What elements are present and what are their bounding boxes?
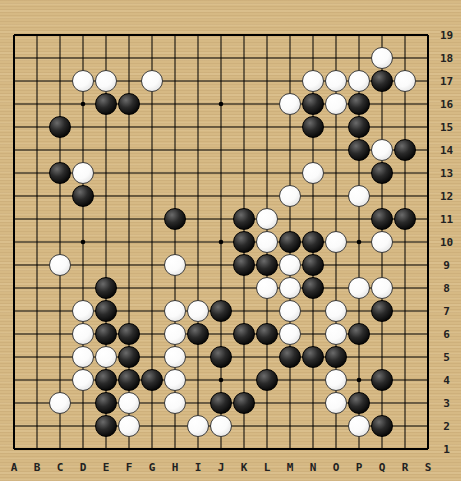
point-O19[interactable] <box>325 24 348 47</box>
point-L16[interactable] <box>256 93 279 116</box>
point-B6[interactable] <box>26 323 49 346</box>
point-L18[interactable] <box>256 47 279 70</box>
point-H3[interactable] <box>164 392 187 415</box>
point-I16[interactable] <box>187 93 210 116</box>
point-P4[interactable] <box>348 369 371 392</box>
point-I2[interactable] <box>187 415 210 438</box>
point-R16[interactable] <box>394 93 417 116</box>
point-H2[interactable] <box>164 415 187 438</box>
point-F17[interactable] <box>118 70 141 93</box>
point-N10[interactable] <box>302 231 325 254</box>
point-K3[interactable] <box>233 392 256 415</box>
point-K8[interactable] <box>233 277 256 300</box>
point-K13[interactable] <box>233 162 256 185</box>
point-K9[interactable] <box>233 254 256 277</box>
point-Q1[interactable] <box>371 438 394 461</box>
point-C16[interactable] <box>49 93 72 116</box>
point-B2[interactable] <box>26 415 49 438</box>
point-E9[interactable] <box>95 254 118 277</box>
point-H13[interactable] <box>164 162 187 185</box>
point-J2[interactable] <box>210 415 233 438</box>
point-N8[interactable] <box>302 277 325 300</box>
point-B14[interactable] <box>26 139 49 162</box>
point-M7[interactable] <box>279 300 302 323</box>
point-H18[interactable] <box>164 47 187 70</box>
point-F10[interactable] <box>118 231 141 254</box>
point-G11[interactable] <box>141 208 164 231</box>
point-M2[interactable] <box>279 415 302 438</box>
point-Q17[interactable] <box>371 70 394 93</box>
point-E14[interactable] <box>95 139 118 162</box>
point-B8[interactable] <box>26 277 49 300</box>
point-A6[interactable] <box>3 323 26 346</box>
point-O4[interactable] <box>325 369 348 392</box>
point-N18[interactable] <box>302 47 325 70</box>
point-J1[interactable] <box>210 438 233 461</box>
point-A9[interactable] <box>3 254 26 277</box>
point-A13[interactable] <box>3 162 26 185</box>
point-G17[interactable] <box>141 70 164 93</box>
point-C18[interactable] <box>49 47 72 70</box>
point-R19[interactable] <box>394 24 417 47</box>
point-K14[interactable] <box>233 139 256 162</box>
point-L2[interactable] <box>256 415 279 438</box>
point-L1[interactable] <box>256 438 279 461</box>
point-D11[interactable] <box>72 208 95 231</box>
point-C8[interactable] <box>49 277 72 300</box>
point-J14[interactable] <box>210 139 233 162</box>
point-C2[interactable] <box>49 415 72 438</box>
point-B16[interactable] <box>26 93 49 116</box>
point-L15[interactable] <box>256 116 279 139</box>
point-H11[interactable] <box>164 208 187 231</box>
point-D6[interactable] <box>72 323 95 346</box>
point-A5[interactable] <box>3 346 26 369</box>
point-D13[interactable] <box>72 162 95 185</box>
point-B9[interactable] <box>26 254 49 277</box>
point-K17[interactable] <box>233 70 256 93</box>
point-H7[interactable] <box>164 300 187 323</box>
point-O12[interactable] <box>325 185 348 208</box>
point-G3[interactable] <box>141 392 164 415</box>
point-K7[interactable] <box>233 300 256 323</box>
point-B11[interactable] <box>26 208 49 231</box>
point-L19[interactable] <box>256 24 279 47</box>
point-N4[interactable] <box>302 369 325 392</box>
point-B10[interactable] <box>26 231 49 254</box>
point-M17[interactable] <box>279 70 302 93</box>
point-R8[interactable] <box>394 277 417 300</box>
point-O7[interactable] <box>325 300 348 323</box>
point-F4[interactable] <box>118 369 141 392</box>
point-P7[interactable] <box>348 300 371 323</box>
point-O10[interactable] <box>325 231 348 254</box>
point-A7[interactable] <box>3 300 26 323</box>
point-C3[interactable] <box>49 392 72 415</box>
point-O13[interactable] <box>325 162 348 185</box>
point-I7[interactable] <box>187 300 210 323</box>
point-O3[interactable] <box>325 392 348 415</box>
point-J16[interactable] <box>210 93 233 116</box>
point-Q9[interactable] <box>371 254 394 277</box>
point-I14[interactable] <box>187 139 210 162</box>
point-C15[interactable] <box>49 116 72 139</box>
point-Q3[interactable] <box>371 392 394 415</box>
point-E1[interactable] <box>95 438 118 461</box>
point-Q12[interactable] <box>371 185 394 208</box>
point-I8[interactable] <box>187 277 210 300</box>
point-D16[interactable] <box>72 93 95 116</box>
point-B1[interactable] <box>26 438 49 461</box>
point-F14[interactable] <box>118 139 141 162</box>
point-P5[interactable] <box>348 346 371 369</box>
point-P11[interactable] <box>348 208 371 231</box>
point-F7[interactable] <box>118 300 141 323</box>
point-I4[interactable] <box>187 369 210 392</box>
point-P6[interactable] <box>348 323 371 346</box>
point-E6[interactable] <box>95 323 118 346</box>
point-C17[interactable] <box>49 70 72 93</box>
point-E13[interactable] <box>95 162 118 185</box>
point-H6[interactable] <box>164 323 187 346</box>
point-K16[interactable] <box>233 93 256 116</box>
point-L13[interactable] <box>256 162 279 185</box>
point-O6[interactable] <box>325 323 348 346</box>
point-A10[interactable] <box>3 231 26 254</box>
point-A11[interactable] <box>3 208 26 231</box>
point-G7[interactable] <box>141 300 164 323</box>
point-O18[interactable] <box>325 47 348 70</box>
point-L7[interactable] <box>256 300 279 323</box>
point-N11[interactable] <box>302 208 325 231</box>
point-F12[interactable] <box>118 185 141 208</box>
point-N9[interactable] <box>302 254 325 277</box>
point-I9[interactable] <box>187 254 210 277</box>
point-H16[interactable] <box>164 93 187 116</box>
point-G4[interactable] <box>141 369 164 392</box>
point-J5[interactable] <box>210 346 233 369</box>
point-I10[interactable] <box>187 231 210 254</box>
point-O16[interactable] <box>325 93 348 116</box>
point-N2[interactable] <box>302 415 325 438</box>
point-A14[interactable] <box>3 139 26 162</box>
point-I19[interactable] <box>187 24 210 47</box>
point-L3[interactable] <box>256 392 279 415</box>
point-R18[interactable] <box>394 47 417 70</box>
point-B19[interactable] <box>26 24 49 47</box>
point-A12[interactable] <box>3 185 26 208</box>
point-B7[interactable] <box>26 300 49 323</box>
point-O5[interactable] <box>325 346 348 369</box>
point-C7[interactable] <box>49 300 72 323</box>
point-F13[interactable] <box>118 162 141 185</box>
point-E17[interactable] <box>95 70 118 93</box>
point-O17[interactable] <box>325 70 348 93</box>
point-C19[interactable] <box>49 24 72 47</box>
point-G19[interactable] <box>141 24 164 47</box>
point-E16[interactable] <box>95 93 118 116</box>
point-E18[interactable] <box>95 47 118 70</box>
point-C5[interactable] <box>49 346 72 369</box>
point-B17[interactable] <box>26 70 49 93</box>
point-G15[interactable] <box>141 116 164 139</box>
point-C11[interactable] <box>49 208 72 231</box>
point-P10[interactable] <box>348 231 371 254</box>
point-C1[interactable] <box>49 438 72 461</box>
point-N3[interactable] <box>302 392 325 415</box>
point-R11[interactable] <box>394 208 417 231</box>
point-C10[interactable] <box>49 231 72 254</box>
point-J12[interactable] <box>210 185 233 208</box>
point-I6[interactable] <box>187 323 210 346</box>
point-H5[interactable] <box>164 346 187 369</box>
point-E10[interactable] <box>95 231 118 254</box>
point-R6[interactable] <box>394 323 417 346</box>
point-C4[interactable] <box>49 369 72 392</box>
point-Q6[interactable] <box>371 323 394 346</box>
point-B15[interactable] <box>26 116 49 139</box>
point-Q15[interactable] <box>371 116 394 139</box>
point-D9[interactable] <box>72 254 95 277</box>
point-F3[interactable] <box>118 392 141 415</box>
point-I11[interactable] <box>187 208 210 231</box>
point-A4[interactable] <box>3 369 26 392</box>
point-C13[interactable] <box>49 162 72 185</box>
point-N16[interactable] <box>302 93 325 116</box>
point-K1[interactable] <box>233 438 256 461</box>
point-I15[interactable] <box>187 116 210 139</box>
point-H19[interactable] <box>164 24 187 47</box>
point-H1[interactable] <box>164 438 187 461</box>
point-P18[interactable] <box>348 47 371 70</box>
point-A2[interactable] <box>3 415 26 438</box>
point-P2[interactable] <box>348 415 371 438</box>
point-I13[interactable] <box>187 162 210 185</box>
point-N13[interactable] <box>302 162 325 185</box>
point-P14[interactable] <box>348 139 371 162</box>
point-Q8[interactable] <box>371 277 394 300</box>
point-M6[interactable] <box>279 323 302 346</box>
point-E8[interactable] <box>95 277 118 300</box>
point-R3[interactable] <box>394 392 417 415</box>
point-G13[interactable] <box>141 162 164 185</box>
point-M14[interactable] <box>279 139 302 162</box>
point-I17[interactable] <box>187 70 210 93</box>
point-D10[interactable] <box>72 231 95 254</box>
point-Q5[interactable] <box>371 346 394 369</box>
point-F5[interactable] <box>118 346 141 369</box>
point-E4[interactable] <box>95 369 118 392</box>
point-J10[interactable] <box>210 231 233 254</box>
point-K18[interactable] <box>233 47 256 70</box>
point-G5[interactable] <box>141 346 164 369</box>
point-D17[interactable] <box>72 70 95 93</box>
point-L8[interactable] <box>256 277 279 300</box>
point-Q13[interactable] <box>371 162 394 185</box>
point-D8[interactable] <box>72 277 95 300</box>
point-R12[interactable] <box>394 185 417 208</box>
point-M10[interactable] <box>279 231 302 254</box>
point-H17[interactable] <box>164 70 187 93</box>
point-P16[interactable] <box>348 93 371 116</box>
point-G10[interactable] <box>141 231 164 254</box>
point-J4[interactable] <box>210 369 233 392</box>
point-G1[interactable] <box>141 438 164 461</box>
point-R13[interactable] <box>394 162 417 185</box>
point-N19[interactable] <box>302 24 325 47</box>
point-B4[interactable] <box>26 369 49 392</box>
point-I1[interactable] <box>187 438 210 461</box>
point-J11[interactable] <box>210 208 233 231</box>
point-A3[interactable] <box>3 392 26 415</box>
point-N17[interactable] <box>302 70 325 93</box>
point-K11[interactable] <box>233 208 256 231</box>
point-E5[interactable] <box>95 346 118 369</box>
point-M15[interactable] <box>279 116 302 139</box>
point-P1[interactable] <box>348 438 371 461</box>
point-H8[interactable] <box>164 277 187 300</box>
point-I12[interactable] <box>187 185 210 208</box>
point-C14[interactable] <box>49 139 72 162</box>
point-M16[interactable] <box>279 93 302 116</box>
point-R10[interactable] <box>394 231 417 254</box>
point-N14[interactable] <box>302 139 325 162</box>
point-A18[interactable] <box>3 47 26 70</box>
point-Q18[interactable] <box>371 47 394 70</box>
point-I18[interactable] <box>187 47 210 70</box>
point-L9[interactable] <box>256 254 279 277</box>
point-J18[interactable] <box>210 47 233 70</box>
point-D1[interactable] <box>72 438 95 461</box>
point-D4[interactable] <box>72 369 95 392</box>
point-H15[interactable] <box>164 116 187 139</box>
point-D18[interactable] <box>72 47 95 70</box>
point-M12[interactable] <box>279 185 302 208</box>
point-R7[interactable] <box>394 300 417 323</box>
point-A1[interactable] <box>3 438 26 461</box>
point-M3[interactable] <box>279 392 302 415</box>
point-Q10[interactable] <box>371 231 394 254</box>
point-Q2[interactable] <box>371 415 394 438</box>
point-Q7[interactable] <box>371 300 394 323</box>
point-A15[interactable] <box>3 116 26 139</box>
point-D15[interactable] <box>72 116 95 139</box>
point-L10[interactable] <box>256 231 279 254</box>
point-M5[interactable] <box>279 346 302 369</box>
point-F1[interactable] <box>118 438 141 461</box>
point-R15[interactable] <box>394 116 417 139</box>
point-D2[interactable] <box>72 415 95 438</box>
point-M13[interactable] <box>279 162 302 185</box>
point-D5[interactable] <box>72 346 95 369</box>
point-G14[interactable] <box>141 139 164 162</box>
point-R5[interactable] <box>394 346 417 369</box>
point-O9[interactable] <box>325 254 348 277</box>
point-J3[interactable] <box>210 392 233 415</box>
point-Q4[interactable] <box>371 369 394 392</box>
point-B3[interactable] <box>26 392 49 415</box>
point-F16[interactable] <box>118 93 141 116</box>
point-L17[interactable] <box>256 70 279 93</box>
point-H12[interactable] <box>164 185 187 208</box>
point-K10[interactable] <box>233 231 256 254</box>
point-E11[interactable] <box>95 208 118 231</box>
point-K6[interactable] <box>233 323 256 346</box>
point-H14[interactable] <box>164 139 187 162</box>
point-P8[interactable] <box>348 277 371 300</box>
point-F8[interactable] <box>118 277 141 300</box>
point-R9[interactable] <box>394 254 417 277</box>
point-E3[interactable] <box>95 392 118 415</box>
point-J8[interactable] <box>210 277 233 300</box>
point-M9[interactable] <box>279 254 302 277</box>
point-B12[interactable] <box>26 185 49 208</box>
point-G6[interactable] <box>141 323 164 346</box>
point-P15[interactable] <box>348 116 371 139</box>
point-F15[interactable] <box>118 116 141 139</box>
point-N6[interactable] <box>302 323 325 346</box>
point-O8[interactable] <box>325 277 348 300</box>
point-G2[interactable] <box>141 415 164 438</box>
point-K12[interactable] <box>233 185 256 208</box>
point-L12[interactable] <box>256 185 279 208</box>
point-D7[interactable] <box>72 300 95 323</box>
point-M8[interactable] <box>279 277 302 300</box>
point-D12[interactable] <box>72 185 95 208</box>
point-N12[interactable] <box>302 185 325 208</box>
point-L11[interactable] <box>256 208 279 231</box>
point-M18[interactable] <box>279 47 302 70</box>
point-B13[interactable] <box>26 162 49 185</box>
point-C6[interactable] <box>49 323 72 346</box>
point-O15[interactable] <box>325 116 348 139</box>
point-R4[interactable] <box>394 369 417 392</box>
point-G18[interactable] <box>141 47 164 70</box>
point-M11[interactable] <box>279 208 302 231</box>
point-A17[interactable] <box>3 70 26 93</box>
point-D19[interactable] <box>72 24 95 47</box>
point-B18[interactable] <box>26 47 49 70</box>
point-L14[interactable] <box>256 139 279 162</box>
point-Q14[interactable] <box>371 139 394 162</box>
point-D3[interactable] <box>72 392 95 415</box>
point-H4[interactable] <box>164 369 187 392</box>
point-J7[interactable] <box>210 300 233 323</box>
point-L6[interactable] <box>256 323 279 346</box>
point-Q11[interactable] <box>371 208 394 231</box>
point-Q16[interactable] <box>371 93 394 116</box>
point-O2[interactable] <box>325 415 348 438</box>
point-E7[interactable] <box>95 300 118 323</box>
point-P17[interactable] <box>348 70 371 93</box>
point-I3[interactable] <box>187 392 210 415</box>
point-P9[interactable] <box>348 254 371 277</box>
point-O11[interactable] <box>325 208 348 231</box>
point-J15[interactable] <box>210 116 233 139</box>
point-F18[interactable] <box>118 47 141 70</box>
point-K4[interactable] <box>233 369 256 392</box>
point-F2[interactable] <box>118 415 141 438</box>
point-E15[interactable] <box>95 116 118 139</box>
point-C9[interactable] <box>49 254 72 277</box>
point-H9[interactable] <box>164 254 187 277</box>
point-N15[interactable] <box>302 116 325 139</box>
point-G12[interactable] <box>141 185 164 208</box>
point-A16[interactable] <box>3 93 26 116</box>
point-R1[interactable] <box>394 438 417 461</box>
point-A8[interactable] <box>3 277 26 300</box>
point-J9[interactable] <box>210 254 233 277</box>
